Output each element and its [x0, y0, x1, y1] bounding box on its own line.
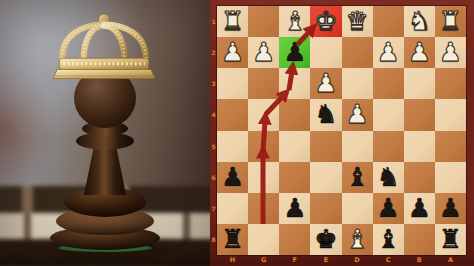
piece-black-king: ♚ — [310, 224, 341, 254]
square-e5 — [310, 131, 341, 162]
square-h6: ♟ — [217, 162, 248, 193]
square-d8: ♝ — [342, 224, 373, 255]
rank-label-1: 1 — [210, 6, 217, 37]
square-f8 — [279, 224, 310, 255]
square-h2: ♟ — [217, 37, 248, 68]
piece-black-pawn: ♟ — [404, 193, 435, 223]
square-b6 — [404, 162, 435, 193]
square-a8: ♜ — [435, 224, 466, 255]
square-d7 — [342, 193, 373, 224]
square-g1 — [248, 6, 279, 37]
square-h5 — [217, 131, 248, 162]
piece-white-pawn: ♟ — [404, 37, 435, 67]
square-a4 — [435, 99, 466, 130]
square-d3 — [342, 68, 373, 99]
piece-black-pawn: ♟ — [279, 193, 310, 223]
piece-white-pawn: ♟ — [217, 37, 248, 67]
rank-label-5: 5 — [210, 131, 217, 162]
rank-label-8: 8 — [210, 224, 217, 255]
square-g2: ♟ — [248, 37, 279, 68]
square-c6: ♞ — [373, 162, 404, 193]
file-label-e: E — [310, 255, 341, 266]
piece-black-pawn: ♟ — [217, 162, 248, 192]
square-b7: ♟ — [404, 193, 435, 224]
square-c7: ♟ — [373, 193, 404, 224]
piece-white-pawn: ♟ — [373, 37, 404, 67]
square-c8: ♝ — [373, 224, 404, 255]
piece-black-rook: ♜ — [217, 224, 248, 254]
piece-black-bishop: ♝ — [342, 162, 373, 192]
square-h7 — [217, 193, 248, 224]
chess-board-panel: 12345678 HGFEDCBA ♜♝♚♛♞♜♟♟♟♟♟♟♟♞♟♟♝♞♟♟♟♟… — [210, 0, 474, 266]
square-b8 — [404, 224, 435, 255]
rank-label-2: 2 — [210, 37, 217, 68]
square-f6 — [279, 162, 310, 193]
rank-labels: 12345678 — [210, 6, 217, 255]
square-f5 — [279, 131, 310, 162]
piece-black-pawn: ♟ — [373, 193, 404, 223]
square-a7: ♟ — [435, 193, 466, 224]
square-e4: ♞ — [310, 99, 341, 130]
piece-black-pawn: ♟ — [435, 193, 466, 223]
square-a6 — [435, 162, 466, 193]
file-label-b: B — [404, 255, 435, 266]
square-d1: ♛ — [342, 6, 373, 37]
piece-white-pawn: ♟ — [342, 99, 373, 129]
square-g8 — [248, 224, 279, 255]
rank-label-3: 3 — [210, 68, 217, 99]
file-labels: HGFEDCBA — [217, 255, 466, 266]
square-d6: ♝ — [342, 162, 373, 193]
golden-crown-icon — [50, 10, 158, 86]
square-d5 — [342, 131, 373, 162]
piece-white-bishop: ♝ — [279, 6, 310, 36]
thumbnail: 12345678 HGFEDCBA ♜♝♚♛♞♜♟♟♟♟♟♟♟♞♟♟♝♞♟♟♟♟… — [0, 0, 474, 266]
square-b2: ♟ — [404, 37, 435, 68]
square-h3 — [217, 68, 248, 99]
piece-white-knight: ♞ — [404, 6, 435, 36]
piece-white-rook: ♜ — [217, 6, 248, 36]
square-g4 — [248, 99, 279, 130]
square-h8: ♜ — [217, 224, 248, 255]
square-d4: ♟ — [342, 99, 373, 130]
square-c4 — [373, 99, 404, 130]
square-e1: ♚ — [310, 6, 341, 37]
file-label-f: F — [279, 255, 310, 266]
square-d2 — [342, 37, 373, 68]
file-label-h: H — [217, 255, 248, 266]
square-a3 — [435, 68, 466, 99]
piece-white-pawn: ♟ — [248, 37, 279, 67]
piece-white-pawn: ♟ — [310, 68, 341, 98]
square-c2: ♟ — [373, 37, 404, 68]
piece-black-knight: ♞ — [373, 162, 404, 192]
square-g3 — [248, 68, 279, 99]
square-h4 — [217, 99, 248, 130]
crowned-pawn-photo — [0, 0, 210, 266]
square-c5 — [373, 131, 404, 162]
square-g7 — [248, 193, 279, 224]
square-e6 — [310, 162, 341, 193]
square-f3 — [279, 68, 310, 99]
square-b5 — [404, 131, 435, 162]
square-c1 — [373, 6, 404, 37]
piece-white-rook: ♜ — [435, 6, 466, 36]
square-e2 — [310, 37, 341, 68]
file-label-c: C — [373, 255, 404, 266]
square-f1: ♝ — [279, 6, 310, 37]
rank-label-6: 6 — [210, 162, 217, 193]
square-f7: ♟ — [279, 193, 310, 224]
rank-label-4: 4 — [210, 99, 217, 130]
square-a1: ♜ — [435, 6, 466, 37]
piece-black-pawn: ♟ — [279, 37, 310, 67]
square-b3 — [404, 68, 435, 99]
piece-white-king: ♚ — [310, 6, 341, 36]
piece-white-pawn: ♟ — [435, 37, 466, 67]
pawn-body — [84, 145, 126, 195]
file-label-a: A — [435, 255, 466, 266]
square-e8: ♚ — [310, 224, 341, 255]
rank-label-7: 7 — [210, 193, 217, 224]
board-grid: ♜♝♚♛♞♜♟♟♟♟♟♟♟♞♟♟♝♞♟♟♟♟♜♚♝♝♜ — [217, 6, 466, 255]
square-a5 — [435, 131, 466, 162]
piece-black-rook: ♜ — [435, 224, 466, 254]
piece-black-bishop: ♝ — [373, 224, 404, 254]
square-c3 — [373, 68, 404, 99]
file-label-g: G — [248, 255, 279, 266]
file-label-d: D — [342, 255, 373, 266]
square-a2: ♟ — [435, 37, 466, 68]
piece-black-knight: ♞ — [310, 99, 341, 129]
square-f2: ♟ — [279, 37, 310, 68]
square-e7 — [310, 193, 341, 224]
piece-white-queen: ♛ — [342, 6, 373, 36]
square-f4 — [279, 99, 310, 130]
square-g5 — [248, 131, 279, 162]
square-b4 — [404, 99, 435, 130]
square-g6 — [248, 162, 279, 193]
piece-white-bishop: ♝ — [342, 224, 373, 254]
square-e3: ♟ — [310, 68, 341, 99]
square-h1: ♜ — [217, 6, 248, 37]
square-b1: ♞ — [404, 6, 435, 37]
